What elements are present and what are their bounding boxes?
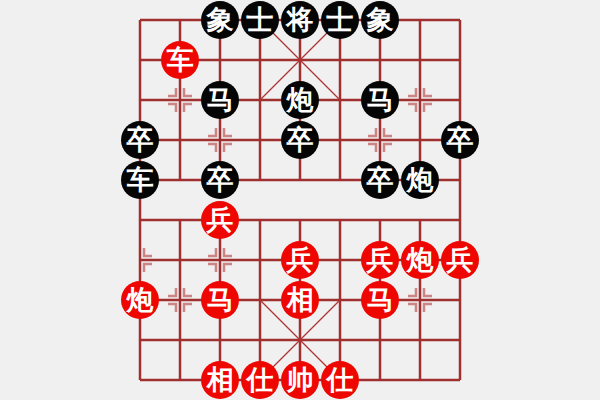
point-marker (424, 104, 432, 112)
piece-black-soldier[interactable]: 卒 (121, 121, 159, 159)
point-marker (168, 104, 176, 112)
point-marker (184, 288, 192, 296)
piece-black-elephant[interactable]: 象 (361, 1, 399, 39)
point-marker (368, 128, 376, 136)
piece-red-chariot[interactable]: 车 (161, 41, 199, 79)
piece-black-advisor[interactable]: 士 (321, 1, 359, 39)
point-marker (168, 88, 176, 96)
point-marker (144, 248, 152, 256)
point-marker (168, 304, 176, 312)
point-marker (184, 104, 192, 112)
piece-red-horse[interactable]: 马 (201, 281, 239, 319)
piece-black-cannon[interactable]: 炮 (401, 161, 439, 199)
point-marker (408, 288, 416, 296)
point-marker (384, 144, 392, 152)
piece-black-soldier[interactable]: 卒 (361, 161, 399, 199)
piece-red-soldier[interactable]: 兵 (201, 201, 239, 239)
point-marker (408, 104, 416, 112)
piece-red-cannon[interactable]: 炮 (401, 241, 439, 279)
piece-black-soldier[interactable]: 卒 (281, 121, 319, 159)
point-marker (184, 304, 192, 312)
piece-black-elephant[interactable]: 象 (201, 1, 239, 39)
point-marker (368, 144, 376, 152)
xiangqi-board: 象士将士象车马炮马卒卒卒车卒卒炮兵兵兵炮兵炮马相马相仕帅仕 (0, 0, 600, 400)
piece-red-elephant[interactable]: 相 (201, 361, 239, 399)
piece-red-soldier[interactable]: 兵 (441, 241, 479, 279)
piece-red-elephant[interactable]: 相 (281, 281, 319, 319)
piece-black-cannon[interactable]: 炮 (281, 81, 319, 119)
point-marker (168, 288, 176, 296)
point-marker (408, 304, 416, 312)
board-grid (0, 0, 600, 400)
piece-black-horse[interactable]: 马 (201, 81, 239, 119)
point-marker (424, 304, 432, 312)
point-marker (208, 248, 216, 256)
piece-black-chariot[interactable]: 车 (121, 161, 159, 199)
piece-red-advisor[interactable]: 仕 (241, 361, 279, 399)
piece-red-horse[interactable]: 马 (361, 281, 399, 319)
piece-red-soldier[interactable]: 兵 (361, 241, 399, 279)
point-marker (424, 288, 432, 296)
point-marker (408, 88, 416, 96)
point-marker (144, 264, 152, 272)
point-marker (224, 264, 232, 272)
piece-red-general[interactable]: 帅 (281, 361, 319, 399)
point-marker (224, 144, 232, 152)
point-marker (384, 128, 392, 136)
piece-black-general[interactable]: 将 (281, 1, 319, 39)
piece-red-cannon[interactable]: 炮 (121, 281, 159, 319)
point-marker (424, 88, 432, 96)
piece-black-soldier[interactable]: 卒 (201, 161, 239, 199)
point-marker (208, 264, 216, 272)
piece-black-soldier[interactable]: 卒 (441, 121, 479, 159)
point-marker (184, 88, 192, 96)
point-marker (208, 128, 216, 136)
point-marker (224, 248, 232, 256)
piece-red-soldier[interactable]: 兵 (281, 241, 319, 279)
piece-black-advisor[interactable]: 士 (241, 1, 279, 39)
point-marker (208, 144, 216, 152)
piece-red-advisor[interactable]: 仕 (321, 361, 359, 399)
piece-black-horse[interactable]: 马 (361, 81, 399, 119)
point-marker (224, 128, 232, 136)
